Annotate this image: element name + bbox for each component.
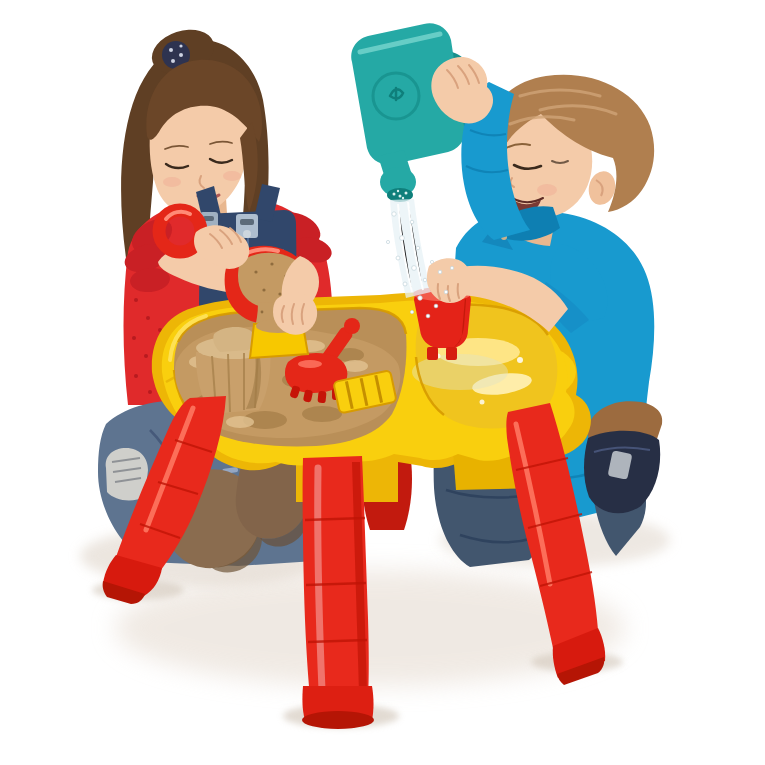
table-leg-center — [302, 456, 374, 729]
leg-center-foot-rim — [302, 711, 374, 729]
girl-cheek — [223, 171, 241, 181]
boy-cheek — [537, 184, 557, 196]
scene-illustration: Two toddlers playing at a yellow sand an… — [0, 0, 765, 765]
sandcastle-crumble — [213, 327, 254, 352]
rake-highlight — [298, 360, 322, 368]
bucket-turret — [427, 347, 438, 360]
product-photo-stage: Two toddlers playing at a yellow sand an… — [0, 0, 765, 765]
product-photo: Two toddlers playing at a yellow sand an… — [0, 0, 765, 765]
bucket-turret — [446, 347, 457, 360]
rake-handle-end — [344, 318, 360, 334]
girl-strap-buckle — [236, 214, 258, 238]
girl-cheek — [163, 177, 181, 187]
